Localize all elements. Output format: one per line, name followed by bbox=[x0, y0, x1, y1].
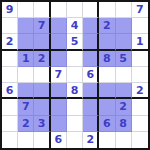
cell-r4c5[interactable] bbox=[67, 51, 83, 67]
cell-r7c2[interactable]: 7 bbox=[18, 99, 34, 115]
cell-r9c4[interactable]: 6 bbox=[51, 132, 67, 148]
cell-r9c1[interactable] bbox=[2, 132, 18, 148]
cell-r1c1[interactable]: 9 bbox=[2, 2, 18, 18]
cell-r2c2[interactable] bbox=[18, 18, 34, 34]
cell-r6c5[interactable]: 8 bbox=[67, 83, 83, 99]
cell-r8c8[interactable]: 8 bbox=[116, 116, 132, 132]
cell-r5c9[interactable] bbox=[132, 67, 148, 83]
cell-r2c4[interactable] bbox=[51, 18, 67, 34]
cell-r8c4[interactable] bbox=[51, 116, 67, 132]
cell-r8c6[interactable] bbox=[83, 116, 99, 132]
cell-r7c3[interactable] bbox=[34, 99, 50, 115]
cell-r6c8[interactable] bbox=[116, 83, 132, 99]
cell-r8c5[interactable] bbox=[67, 116, 83, 132]
cell-r4c7[interactable]: 8 bbox=[99, 51, 115, 67]
cell-r9c7[interactable] bbox=[99, 132, 115, 148]
cell-r1c7[interactable] bbox=[99, 2, 115, 18]
cell-r9c2[interactable] bbox=[18, 132, 34, 148]
cell-r6c6[interactable] bbox=[83, 83, 99, 99]
cell-r4c3[interactable]: 2 bbox=[34, 51, 50, 67]
cell-r4c2[interactable]: 1 bbox=[18, 51, 34, 67]
cell-r4c1[interactable] bbox=[2, 51, 18, 67]
cell-r4c8[interactable]: 5 bbox=[116, 51, 132, 67]
cell-r2c3[interactable]: 7 bbox=[34, 18, 50, 34]
cell-r2c8[interactable] bbox=[116, 18, 132, 34]
cell-r3c9[interactable]: 1 bbox=[132, 34, 148, 50]
cell-r5c5[interactable] bbox=[67, 67, 83, 83]
cell-r2c9[interactable] bbox=[132, 18, 148, 34]
cell-r3c7[interactable] bbox=[99, 34, 115, 50]
cell-r7c1[interactable] bbox=[2, 99, 18, 115]
cell-r2c6[interactable] bbox=[83, 18, 99, 34]
sudoku-board: 9774225112857668272236862 bbox=[0, 0, 150, 150]
cell-r8c1[interactable] bbox=[2, 116, 18, 132]
cell-r1c4[interactable] bbox=[51, 2, 67, 18]
cell-r8c9[interactable] bbox=[132, 116, 148, 132]
cell-r3c1[interactable]: 2 bbox=[2, 34, 18, 50]
cell-r5c7[interactable] bbox=[99, 67, 115, 83]
cell-r8c7[interactable]: 6 bbox=[99, 116, 115, 132]
cell-r7c5[interactable] bbox=[67, 99, 83, 115]
cell-r6c7[interactable] bbox=[99, 83, 115, 99]
cell-r8c3[interactable]: 3 bbox=[34, 116, 50, 132]
cell-r5c8[interactable] bbox=[116, 67, 132, 83]
cell-r1c5[interactable] bbox=[67, 2, 83, 18]
cell-r7c7[interactable] bbox=[99, 99, 115, 115]
cell-r8c2[interactable]: 2 bbox=[18, 116, 34, 132]
cell-r1c2[interactable] bbox=[18, 2, 34, 18]
cell-r6c3[interactable] bbox=[34, 83, 50, 99]
cell-r5c6[interactable]: 6 bbox=[83, 67, 99, 83]
cell-r2c5[interactable]: 4 bbox=[67, 18, 83, 34]
cell-r9c5[interactable] bbox=[67, 132, 83, 148]
cell-r3c4[interactable] bbox=[51, 34, 67, 50]
cell-r4c6[interactable] bbox=[83, 51, 99, 67]
cell-r3c8[interactable] bbox=[116, 34, 132, 50]
cell-r6c4[interactable] bbox=[51, 83, 67, 99]
cell-r9c8[interactable] bbox=[116, 132, 132, 148]
cell-r9c3[interactable] bbox=[34, 132, 50, 148]
cell-r3c2[interactable] bbox=[18, 34, 34, 50]
cell-r1c8[interactable] bbox=[116, 2, 132, 18]
cell-r3c3[interactable] bbox=[34, 34, 50, 50]
cell-r5c1[interactable] bbox=[2, 67, 18, 83]
cell-r9c9[interactable] bbox=[132, 132, 148, 148]
cell-r5c2[interactable] bbox=[18, 67, 34, 83]
cell-r3c6[interactable] bbox=[83, 34, 99, 50]
cell-r6c1[interactable]: 6 bbox=[2, 83, 18, 99]
cell-r4c9[interactable] bbox=[132, 51, 148, 67]
cell-r6c9[interactable]: 2 bbox=[132, 83, 148, 99]
cell-r7c8[interactable]: 2 bbox=[116, 99, 132, 115]
cell-r7c9[interactable] bbox=[132, 99, 148, 115]
cell-r2c1[interactable] bbox=[2, 18, 18, 34]
cell-r5c4[interactable]: 7 bbox=[51, 67, 67, 83]
cell-r3c5[interactable]: 5 bbox=[67, 34, 83, 50]
cell-r9c6[interactable]: 2 bbox=[83, 132, 99, 148]
cell-r1c9[interactable]: 7 bbox=[132, 2, 148, 18]
cell-r1c6[interactable] bbox=[83, 2, 99, 18]
cell-r2c7[interactable]: 2 bbox=[99, 18, 115, 34]
cell-r7c4[interactable] bbox=[51, 99, 67, 115]
cell-r1c3[interactable] bbox=[34, 2, 50, 18]
cell-r6c2[interactable] bbox=[18, 83, 34, 99]
cell-r7c6[interactable] bbox=[83, 99, 99, 115]
cell-r5c3[interactable] bbox=[34, 67, 50, 83]
cell-r4c4[interactable] bbox=[51, 51, 67, 67]
